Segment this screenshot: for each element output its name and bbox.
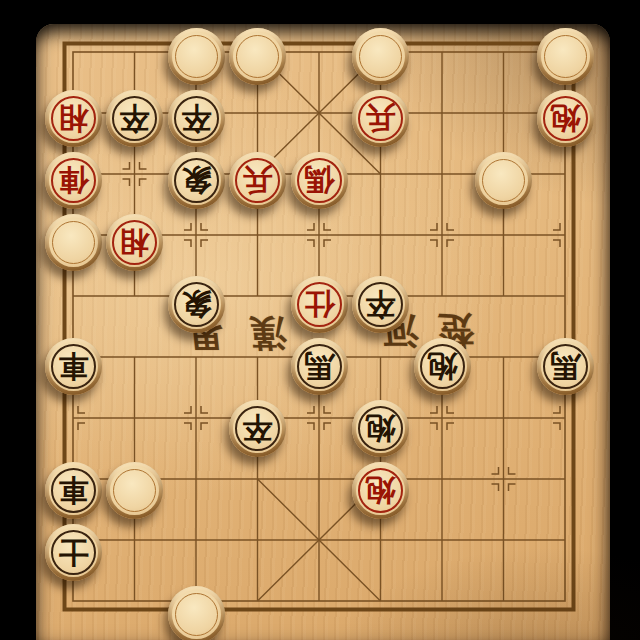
piece-character: 卒 [168, 90, 225, 147]
piece-character: 卒 [229, 400, 286, 457]
board-point[interactable] [288, 448, 350, 509]
piece-red-cannon[interactable]: 炮 [352, 462, 409, 519]
board-point[interactable] [104, 265, 166, 326]
board-point[interactable] [350, 204, 412, 265]
piece-red-horse[interactable]: 傌 [291, 152, 348, 209]
board-point[interactable] [473, 387, 535, 448]
board-point[interactable] [473, 204, 535, 265]
piece-character: 相 [45, 90, 102, 147]
board-point[interactable] [288, 82, 350, 143]
piece-character: 兵 [229, 152, 286, 209]
board-point[interactable] [42, 387, 104, 448]
piece-hidden-piece[interactable] [168, 586, 225, 640]
board-point[interactable] [288, 509, 350, 570]
board-point[interactable] [165, 509, 227, 570]
piece-black-elephant[interactable]: 象 [168, 276, 225, 333]
piece-character: 仕 [291, 276, 348, 333]
piece-character: 炮 [352, 462, 409, 519]
piece-character: 卒 [106, 90, 163, 147]
board-point[interactable] [473, 82, 535, 143]
board-point[interactable] [288, 570, 350, 631]
board-point[interactable] [473, 448, 535, 509]
board-point[interactable] [411, 509, 473, 570]
piece-hidden-piece[interactable] [106, 462, 163, 519]
board-point[interactable] [534, 387, 596, 448]
board-point[interactable] [165, 448, 227, 509]
board-point[interactable] [227, 265, 289, 326]
piece-character: 俥 [45, 152, 102, 209]
piece-character: 馬 [537, 338, 594, 395]
board-point[interactable] [473, 326, 535, 387]
board-point[interactable] [104, 326, 166, 387]
piece-character: 傌 [291, 152, 348, 209]
board-point[interactable] [411, 570, 473, 631]
piece-red-pawn[interactable]: 兵 [229, 152, 286, 209]
piece-black-horse[interactable]: 馬 [537, 338, 594, 395]
board-point[interactable] [473, 21, 535, 82]
piece-hidden-piece[interactable] [168, 28, 225, 85]
board-point[interactable] [534, 448, 596, 509]
board-point[interactable] [227, 204, 289, 265]
board-point[interactable] [411, 21, 473, 82]
hidden-piece-face [479, 156, 528, 205]
board-point[interactable] [411, 143, 473, 204]
hidden-piece-face [110, 466, 159, 515]
board-point[interactable] [534, 509, 596, 570]
piece-hidden-piece[interactable] [229, 28, 286, 85]
board-point[interactable] [165, 326, 227, 387]
piece-character: 炮 [537, 90, 594, 147]
piece-black-cannon[interactable]: 炮 [414, 338, 471, 395]
piece-character: 相 [106, 214, 163, 271]
piece-character: 士 [45, 524, 102, 581]
board-point[interactable] [288, 387, 350, 448]
board-point[interactable] [350, 326, 412, 387]
piece-character: 炮 [414, 338, 471, 395]
board-point[interactable] [165, 204, 227, 265]
piece-character: 馬 [291, 338, 348, 395]
piece-character: 車 [45, 338, 102, 395]
board-point[interactable] [534, 265, 596, 326]
board-point[interactable] [227, 326, 289, 387]
board-point[interactable] [411, 448, 473, 509]
piece-black-pawn[interactable]: 卒 [352, 276, 409, 333]
board-point[interactable] [227, 82, 289, 143]
board-point[interactable] [411, 387, 473, 448]
piece-character: 兵 [352, 90, 409, 147]
board-point[interactable] [42, 21, 104, 82]
piece-black-horse[interactable]: 馬 [291, 338, 348, 395]
board-frame: 漢界 楚河 相卒卒兵炮俥象兵傌相象仕卒車馬炮馬卒炮車炮士 [0, 0, 640, 640]
piece-red-chariot[interactable]: 俥 [45, 152, 102, 209]
piece-hidden-piece[interactable] [537, 28, 594, 85]
piece-character: 炮 [352, 400, 409, 457]
board-point[interactable] [473, 509, 535, 570]
board-point[interactable] [104, 21, 166, 82]
piece-red-pawn[interactable]: 兵 [352, 90, 409, 147]
board-point[interactable] [534, 143, 596, 204]
hidden-piece-face [541, 32, 590, 81]
board-point[interactable] [288, 21, 350, 82]
board-point[interactable] [104, 570, 166, 631]
board-point[interactable] [411, 82, 473, 143]
piece-red-elephant[interactable]: 相 [45, 90, 102, 147]
hidden-piece-face [172, 32, 221, 81]
board-point[interactable] [411, 265, 473, 326]
piece-black-advisor[interactable]: 士 [45, 524, 102, 581]
hidden-piece-face [233, 32, 282, 81]
piece-black-cannon[interactable]: 炮 [352, 400, 409, 457]
piece-red-cannon[interactable]: 炮 [537, 90, 594, 147]
board-point[interactable] [42, 265, 104, 326]
piece-hidden-piece[interactable] [475, 152, 532, 209]
piece-hidden-piece[interactable] [352, 28, 409, 85]
board-point[interactable] [227, 509, 289, 570]
piece-character: 車 [45, 462, 102, 519]
board-point[interactable] [534, 570, 596, 631]
piece-hidden-piece[interactable] [45, 214, 102, 271]
board-point[interactable] [104, 143, 166, 204]
board-point[interactable] [227, 448, 289, 509]
board-point[interactable] [411, 204, 473, 265]
board-point[interactable] [104, 387, 166, 448]
board-point[interactable] [473, 570, 535, 631]
piece-black-pawn[interactable]: 卒 [168, 90, 225, 147]
piece-black-chariot[interactable]: 車 [45, 338, 102, 395]
board-point[interactable] [350, 143, 412, 204]
hidden-piece-face [356, 32, 405, 81]
board-point[interactable] [227, 570, 289, 631]
piece-black-chariot[interactable]: 車 [45, 462, 102, 519]
piece-character: 象 [168, 276, 225, 333]
piece-black-elephant[interactable]: 象 [168, 152, 225, 209]
hidden-piece-face [172, 590, 221, 639]
piece-black-pawn[interactable]: 卒 [229, 400, 286, 457]
board-point[interactable] [534, 204, 596, 265]
board-point[interactable] [165, 387, 227, 448]
piece-red-elephant[interactable]: 相 [106, 214, 163, 271]
piece-character: 卒 [352, 276, 409, 333]
piece-black-pawn[interactable]: 卒 [106, 90, 163, 147]
board-point[interactable] [473, 265, 535, 326]
board-point[interactable] [288, 204, 350, 265]
piece-red-advisor[interactable]: 仕 [291, 276, 348, 333]
piece-character: 象 [168, 152, 225, 209]
hidden-piece-face [49, 218, 98, 267]
board-point[interactable] [350, 570, 412, 631]
